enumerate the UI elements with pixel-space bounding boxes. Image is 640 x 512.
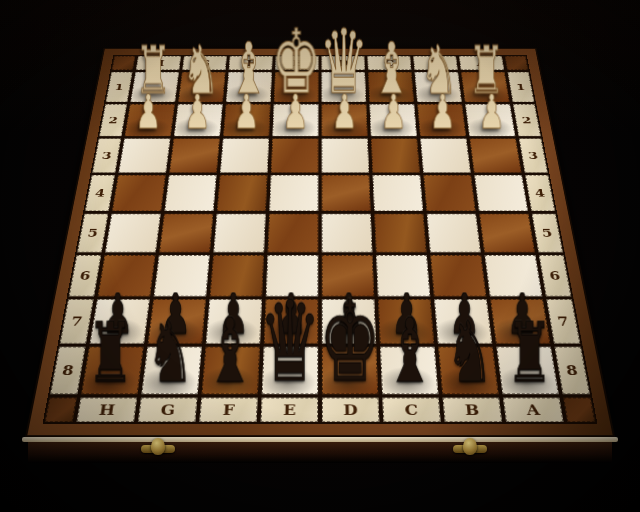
frame-corner bbox=[503, 55, 530, 71]
square-c5[interactable] bbox=[372, 212, 428, 253]
file-label-bottom-e: E bbox=[259, 396, 320, 424]
square-b5[interactable] bbox=[425, 212, 483, 253]
rank-label-right-6: 6 bbox=[537, 254, 573, 298]
square-a5[interactable] bbox=[477, 212, 536, 253]
square-g5[interactable] bbox=[157, 212, 215, 253]
square-f3[interactable] bbox=[218, 137, 270, 173]
box-side bbox=[28, 442, 612, 463]
white-pawn[interactable]: ♟ bbox=[282, 93, 308, 132]
square-h3[interactable] bbox=[117, 137, 172, 173]
chess-board: HGFEDCBA1♜♞♝♚♛♝♞♜12♟♟♟♟♟♟♟♟2334455667♟♟♟… bbox=[43, 55, 598, 424]
square-a4[interactable] bbox=[472, 174, 529, 213]
chess-set-photo: HGFEDCBA1♜♞♝♚♛♝♞♜12♟♟♟♟♟♟♟♟2334455667♟♟♟… bbox=[0, 0, 640, 512]
square-c2[interactable]: ♟ bbox=[368, 103, 419, 137]
square-h2[interactable]: ♟ bbox=[123, 103, 177, 137]
square-c8[interactable]: ♝ bbox=[378, 345, 440, 396]
white-pawn[interactable]: ♟ bbox=[429, 93, 455, 132]
square-d8[interactable]: ♚ bbox=[320, 345, 380, 396]
rank-label-right-5: 5 bbox=[530, 212, 565, 253]
rank-label-right-2: 2 bbox=[511, 103, 542, 137]
rank-label-right-3: 3 bbox=[517, 137, 549, 173]
square-b3[interactable] bbox=[419, 137, 473, 173]
black-rook[interactable]: ♜ bbox=[87, 319, 133, 387]
square-g3[interactable] bbox=[168, 137, 222, 173]
frame-corner bbox=[43, 396, 79, 424]
rank-label-right-1: 1 bbox=[506, 71, 536, 103]
file-label-bottom-f: F bbox=[197, 396, 260, 424]
frame-corner bbox=[110, 55, 137, 71]
square-a2[interactable]: ♟ bbox=[464, 103, 518, 137]
square-e2[interactable]: ♟ bbox=[271, 103, 320, 137]
square-b8[interactable]: ♞ bbox=[436, 345, 501, 396]
white-pawn[interactable]: ♟ bbox=[135, 93, 161, 132]
clasp-knob bbox=[463, 438, 477, 455]
square-b4[interactable] bbox=[422, 174, 478, 213]
square-d5[interactable] bbox=[320, 212, 374, 253]
file-label-bottom-g: G bbox=[136, 396, 200, 424]
file-label-bottom-d: D bbox=[320, 396, 381, 424]
frame-corner bbox=[561, 396, 597, 424]
square-d4[interactable] bbox=[320, 174, 372, 213]
black-knight[interactable]: ♞ bbox=[147, 318, 194, 388]
file-label-bottom-b: B bbox=[441, 396, 505, 424]
square-g8[interactable]: ♞ bbox=[139, 345, 204, 396]
square-a8[interactable]: ♜ bbox=[494, 345, 561, 396]
clasp-knob bbox=[151, 438, 165, 455]
black-rook[interactable]: ♜ bbox=[507, 319, 553, 387]
black-bishop[interactable]: ♝ bbox=[205, 315, 254, 388]
square-e5[interactable] bbox=[266, 212, 320, 253]
square-c4[interactable] bbox=[371, 174, 425, 213]
square-b2[interactable]: ♟ bbox=[416, 103, 468, 137]
white-pawn[interactable]: ♟ bbox=[380, 93, 406, 132]
square-f4[interactable] bbox=[215, 174, 269, 213]
board-frame: HGFEDCBA1♜♞♝♚♛♝♞♜12♟♟♟♟♟♟♟♟2334455667♟♟♟… bbox=[25, 48, 615, 437]
right-clasp bbox=[452, 436, 488, 461]
square-e3[interactable] bbox=[269, 137, 320, 173]
square-g2[interactable]: ♟ bbox=[172, 103, 224, 137]
square-h5[interactable] bbox=[103, 212, 162, 253]
black-knight[interactable]: ♞ bbox=[446, 318, 493, 388]
square-e4[interactable] bbox=[268, 174, 320, 213]
rank-label-right-4: 4 bbox=[523, 174, 557, 213]
black-bishop[interactable]: ♝ bbox=[385, 315, 434, 388]
file-label-bottom-h: H bbox=[74, 396, 139, 424]
square-g4[interactable] bbox=[163, 174, 219, 213]
square-f2[interactable]: ♟ bbox=[221, 103, 272, 137]
white-pawn[interactable]: ♟ bbox=[331, 93, 357, 132]
white-pawn[interactable]: ♟ bbox=[184, 93, 210, 132]
square-d2[interactable]: ♟ bbox=[320, 103, 369, 137]
square-a3[interactable] bbox=[468, 137, 523, 173]
white-pawn[interactable]: ♟ bbox=[478, 93, 504, 132]
square-h4[interactable] bbox=[110, 174, 167, 213]
square-d3[interactable] bbox=[320, 137, 371, 173]
black-king[interactable]: ♚ bbox=[319, 296, 381, 388]
file-label-bottom-a: A bbox=[501, 396, 566, 424]
black-queen[interactable]: ♛ bbox=[259, 296, 321, 388]
white-pawn[interactable]: ♟ bbox=[233, 93, 259, 132]
square-c3[interactable] bbox=[369, 137, 421, 173]
square-h8[interactable]: ♜ bbox=[79, 345, 146, 396]
left-clasp bbox=[140, 436, 176, 461]
file-label-bottom-c: C bbox=[380, 396, 443, 424]
square-f5[interactable] bbox=[212, 212, 268, 253]
square-f8[interactable]: ♝ bbox=[199, 345, 261, 396]
square-e8[interactable]: ♛ bbox=[260, 345, 320, 396]
